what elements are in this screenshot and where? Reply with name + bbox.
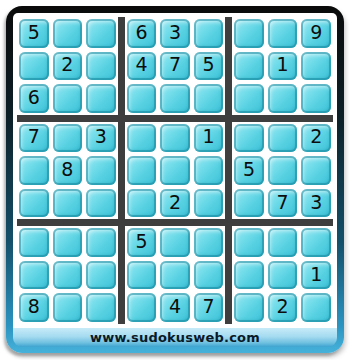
block-1-2: 63475 (125, 17, 226, 115)
cell-r5c5[interactable] (160, 156, 190, 185)
cell-r2c6[interactable]: 5 (194, 52, 224, 81)
cell-r2c7[interactable] (234, 52, 264, 81)
cell-r6c4[interactable] (127, 189, 157, 218)
cell-r3c2[interactable] (53, 84, 83, 113)
cell-r6c3[interactable] (86, 189, 116, 218)
cell-r6c8[interactable]: 7 (268, 189, 298, 218)
cell-r5c7[interactable]: 5 (234, 156, 264, 185)
cell-r3c4[interactable] (127, 84, 157, 113)
cell-r3c7[interactable] (234, 84, 264, 113)
block-3-1: 8 (17, 226, 118, 324)
cell-r9c6[interactable]: 7 (194, 293, 224, 322)
cell-r4c3[interactable]: 3 (86, 124, 116, 153)
cell-r5c9[interactable] (301, 156, 331, 185)
cell-r3c8[interactable] (268, 84, 298, 113)
block-2-3: 2573 (232, 122, 333, 220)
cell-r2c2[interactable]: 2 (53, 52, 83, 81)
cell-r5c6[interactable] (194, 156, 224, 185)
cell-r9c5[interactable]: 4 (160, 293, 190, 322)
cell-r8c3[interactable] (86, 261, 116, 290)
cell-r7c4[interactable]: 5 (127, 228, 157, 257)
cell-r9c2[interactable] (53, 293, 83, 322)
cell-r1c5[interactable]: 3 (160, 19, 190, 48)
cell-r1c7[interactable] (234, 19, 264, 48)
board-panel: 5266347591738122573854712 (13, 13, 337, 328)
cell-r8c8[interactable] (268, 261, 298, 290)
cell-r1c6[interactable] (194, 19, 224, 48)
cell-r4c6[interactable]: 1 (194, 124, 224, 153)
block-2-1: 738 (17, 122, 118, 220)
cell-r5c8[interactable] (268, 156, 298, 185)
cell-r7c1[interactable] (19, 228, 49, 257)
cell-r9c7[interactable] (234, 293, 264, 322)
block-1-3: 91 (232, 17, 333, 115)
cell-r8c7[interactable] (234, 261, 264, 290)
cell-r6c2[interactable] (53, 189, 83, 218)
block-2-2: 12 (125, 122, 226, 220)
cell-r2c4[interactable]: 4 (127, 52, 157, 81)
site-url-link[interactable]: www.sudokusweb.com (13, 328, 337, 347)
cell-r3c9[interactable] (301, 84, 331, 113)
cell-r8c5[interactable] (160, 261, 190, 290)
cell-r2c9[interactable] (301, 52, 331, 81)
cell-r6c1[interactable] (19, 189, 49, 218)
cell-r8c9[interactable]: 1 (301, 261, 331, 290)
cell-r4c7[interactable] (234, 124, 264, 153)
cell-r8c2[interactable] (53, 261, 83, 290)
cell-r4c1[interactable]: 7 (19, 124, 49, 153)
cell-r6c6[interactable] (194, 189, 224, 218)
cell-r7c5[interactable] (160, 228, 190, 257)
cell-r9c3[interactable] (86, 293, 116, 322)
cell-r4c5[interactable] (160, 124, 190, 153)
block-1-1: 526 (17, 17, 118, 115)
cell-r4c4[interactable] (127, 124, 157, 153)
cell-r7c6[interactable] (194, 228, 224, 257)
cell-r8c4[interactable] (127, 261, 157, 290)
cell-r5c4[interactable] (127, 156, 157, 185)
cell-r8c6[interactable] (194, 261, 224, 290)
cell-r5c3[interactable] (86, 156, 116, 185)
cell-r3c3[interactable] (86, 84, 116, 113)
cell-r1c8[interactable] (268, 19, 298, 48)
cell-r3c1[interactable]: 6 (19, 84, 49, 113)
cell-r1c3[interactable] (86, 19, 116, 48)
cell-r9c1[interactable]: 8 (19, 293, 49, 322)
cell-r7c2[interactable] (53, 228, 83, 257)
sudoku-board-frame: 5266347591738122573854712 www.sudokusweb… (6, 6, 344, 353)
cell-r9c9[interactable] (301, 293, 331, 322)
cell-r7c9[interactable] (301, 228, 331, 257)
cell-r3c5[interactable] (160, 84, 190, 113)
cell-r6c7[interactable] (234, 189, 264, 218)
cell-r1c1[interactable]: 5 (19, 19, 49, 48)
cell-r5c2[interactable]: 8 (53, 156, 83, 185)
cell-r6c5[interactable]: 2 (160, 189, 190, 218)
cell-r8c1[interactable] (19, 261, 49, 290)
board-grid: 5266347591738122573854712 (17, 17, 333, 324)
block-3-2: 547 (125, 226, 226, 324)
cell-r2c5[interactable]: 7 (160, 52, 190, 81)
cell-r1c4[interactable]: 6 (127, 19, 157, 48)
cell-r7c3[interactable] (86, 228, 116, 257)
cell-r4c9[interactable]: 2 (301, 124, 331, 153)
cell-r4c8[interactable] (268, 124, 298, 153)
cell-r7c8[interactable] (268, 228, 298, 257)
cell-r6c9[interactable]: 3 (301, 189, 331, 218)
cell-r1c9[interactable]: 9 (301, 19, 331, 48)
cell-r9c8[interactable]: 2 (268, 293, 298, 322)
cell-r3c6[interactable] (194, 84, 224, 113)
cell-r4c2[interactable] (53, 124, 83, 153)
cell-r2c3[interactable] (86, 52, 116, 81)
cell-r5c1[interactable] (19, 156, 49, 185)
cell-r9c4[interactable] (127, 293, 157, 322)
block-3-3: 12 (232, 226, 333, 324)
cell-r7c7[interactable] (234, 228, 264, 257)
cell-r1c2[interactable] (53, 19, 83, 48)
cell-r2c8[interactable]: 1 (268, 52, 298, 81)
cell-r2c1[interactable] (19, 52, 49, 81)
